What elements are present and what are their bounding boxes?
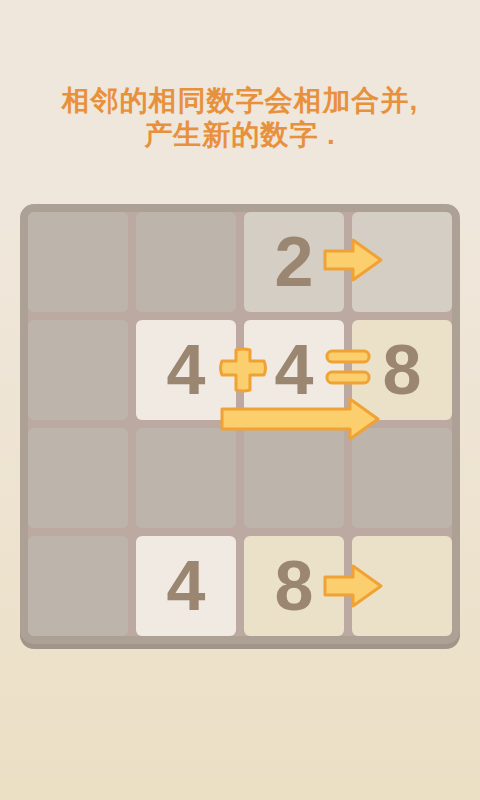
tutorial-line2: 产生新的数字 . [0, 118, 480, 152]
cell-r2c4-tile-8: 8 [352, 320, 452, 420]
tutorial-line1: 相邻的相同数字会相加合并, [0, 84, 480, 118]
game-board[interactable]: 244848 [20, 204, 460, 644]
tutorial-text: 相邻的相同数字会相加合并, 产生新的数字 . [0, 84, 480, 152]
cell-r4c1 [28, 536, 128, 636]
cell-r1c2 [136, 212, 236, 312]
cell-r4c4 [352, 536, 452, 636]
cell-r4c2-tile-4: 4 [136, 536, 236, 636]
cell-r1c1 [28, 212, 128, 312]
cell-r1c3-tile-2: 2 [244, 212, 344, 312]
cell-r2c2-tile-4: 4 [136, 320, 236, 420]
cell-r1c4 [352, 212, 452, 312]
cell-r3c4 [352, 428, 452, 528]
cell-r4c3-tile-8: 8 [244, 536, 344, 636]
cell-r2c1 [28, 320, 128, 420]
tutorial-screen: 相邻的相同数字会相加合并, 产生新的数字 . 244848 [0, 0, 480, 800]
tile-grid: 244848 [28, 212, 452, 636]
cell-r3c1 [28, 428, 128, 528]
cell-r2c3-tile-4: 4 [244, 320, 344, 420]
cell-r3c2 [136, 428, 236, 528]
cell-r3c3 [244, 428, 344, 528]
